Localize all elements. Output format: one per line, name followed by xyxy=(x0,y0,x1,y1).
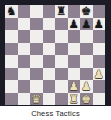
square-a6[interactable] xyxy=(5,30,18,43)
square-e5[interactable] xyxy=(55,43,68,56)
square-c4[interactable] xyxy=(30,55,43,68)
square-c5[interactable] xyxy=(30,43,43,56)
square-g6[interactable] xyxy=(80,30,93,43)
square-e2[interactable] xyxy=(55,80,68,93)
piece-white-king-g1[interactable]: ♚ xyxy=(80,93,93,106)
square-d8[interactable] xyxy=(43,5,56,18)
square-e3[interactable] xyxy=(55,68,68,81)
square-g4[interactable] xyxy=(80,55,93,68)
square-h3[interactable]: ♟ xyxy=(93,68,106,81)
square-h6[interactable] xyxy=(93,30,106,43)
piece-black-pawn-h7[interactable]: ♟ xyxy=(93,18,106,31)
square-c2[interactable] xyxy=(30,80,43,93)
square-d7[interactable] xyxy=(43,18,56,31)
piece-black-pawn-f7[interactable]: ♟ xyxy=(68,18,81,31)
square-d4[interactable] xyxy=(43,55,56,68)
square-c6[interactable] xyxy=(30,30,43,43)
square-b4[interactable] xyxy=(18,55,31,68)
square-b1[interactable] xyxy=(18,93,31,106)
square-d1[interactable] xyxy=(43,93,56,106)
square-b3[interactable] xyxy=(18,68,31,81)
square-a4[interactable] xyxy=(5,55,18,68)
square-a8[interactable]: ♞ xyxy=(5,5,18,18)
square-b6[interactable] xyxy=(18,30,31,43)
board-caption: Chess Tactics xyxy=(31,109,80,118)
square-a2[interactable] xyxy=(5,80,18,93)
piece-white-rook-f1[interactable]: ♜ xyxy=(68,93,81,106)
square-e6[interactable] xyxy=(55,30,68,43)
square-c8[interactable] xyxy=(30,5,43,18)
piece-white-pawn-h3[interactable]: ♟ xyxy=(93,68,106,81)
square-e8[interactable]: ♜ xyxy=(55,5,68,18)
piece-black-king-g8[interactable]: ♚ xyxy=(80,5,93,18)
square-e4[interactable] xyxy=(55,55,68,68)
piece-white-pawn-g2[interactable]: ♟ xyxy=(80,80,93,93)
square-f2[interactable]: ♟ xyxy=(68,80,81,93)
chess-widget: ♞♜♚♟♟♟♟♟♟♛♜♚ Chess Tactics xyxy=(0,0,111,120)
square-g5[interactable] xyxy=(80,43,93,56)
square-h1[interactable] xyxy=(93,93,106,106)
square-g2[interactable]: ♟ xyxy=(80,80,93,93)
piece-black-pawn-g7[interactable]: ♟ xyxy=(80,18,93,31)
square-f8[interactable] xyxy=(68,5,81,18)
square-c1[interactable]: ♛ xyxy=(30,93,43,106)
square-f1[interactable]: ♜ xyxy=(68,93,81,106)
square-f5[interactable] xyxy=(68,43,81,56)
square-c3[interactable] xyxy=(30,68,43,81)
square-a1[interactable] xyxy=(5,93,18,106)
piece-white-pawn-f2[interactable]: ♟ xyxy=(68,80,81,93)
piece-black-rook-e8[interactable]: ♜ xyxy=(55,5,68,18)
square-d2[interactable] xyxy=(43,80,56,93)
square-d3[interactable] xyxy=(43,68,56,81)
square-e1[interactable] xyxy=(55,93,68,106)
square-f4[interactable] xyxy=(68,55,81,68)
square-b8[interactable] xyxy=(18,5,31,18)
square-a3[interactable] xyxy=(5,68,18,81)
square-d5[interactable] xyxy=(43,43,56,56)
square-c7[interactable] xyxy=(30,18,43,31)
piece-black-knight-a8[interactable]: ♞ xyxy=(5,5,18,18)
square-g8[interactable]: ♚ xyxy=(80,5,93,18)
square-e7[interactable] xyxy=(55,18,68,31)
square-a7[interactable] xyxy=(5,18,18,31)
square-h4[interactable] xyxy=(93,55,106,68)
square-h2[interactable] xyxy=(93,80,106,93)
square-a5[interactable] xyxy=(5,43,18,56)
chess-board: ♞♜♚♟♟♟♟♟♟♛♜♚ xyxy=(5,5,105,105)
square-h7[interactable]: ♟ xyxy=(93,18,106,31)
square-h5[interactable] xyxy=(93,43,106,56)
square-b2[interactable] xyxy=(18,80,31,93)
square-b5[interactable] xyxy=(18,43,31,56)
piece-white-queen-c1[interactable]: ♛ xyxy=(30,93,43,106)
square-f6[interactable] xyxy=(68,30,81,43)
square-b7[interactable] xyxy=(18,18,31,31)
square-g7[interactable]: ♟ xyxy=(80,18,93,31)
caption-bar: Chess Tactics xyxy=(0,106,111,120)
square-f7[interactable]: ♟ xyxy=(68,18,81,31)
square-d6[interactable] xyxy=(43,30,56,43)
square-h8[interactable] xyxy=(93,5,106,18)
square-g1[interactable]: ♚ xyxy=(80,93,93,106)
